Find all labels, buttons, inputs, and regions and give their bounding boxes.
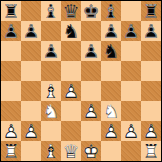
square-e8[interactable]: ♚♔ <box>81 1 101 21</box>
black-pawn-outline-icon: ♙ <box>41 41 61 61</box>
square-g7[interactable]: ♟♙ <box>121 21 141 41</box>
square-c8[interactable]: ♝♗ <box>41 1 61 21</box>
piece-black-knight-f6[interactable]: ♞♘ <box>101 41 121 61</box>
square-a3[interactable] <box>1 101 21 121</box>
piece-white-knight-f3[interactable]: ♞♘ <box>101 101 121 121</box>
square-e6[interactable]: ♟♙ <box>81 41 101 61</box>
piece-black-knight-d7[interactable]: ♞♘ <box>61 21 81 41</box>
square-e2[interactable] <box>81 121 101 141</box>
piece-black-queen-d8[interactable]: ♛♕ <box>61 1 81 21</box>
square-b4[interactable] <box>21 81 41 101</box>
square-a1[interactable]: ♜♖ <box>1 141 21 161</box>
board-frame: ♜♖♝♗♛♕♚♔♝♗♜♖♟♙♟♙♞♘♟♙♟♙♟♙♟♙♟♙♞♘♝♗♟♙♞♘♟♙♞♘… <box>0 0 162 162</box>
square-d5[interactable] <box>61 61 81 81</box>
square-f8[interactable]: ♝♗ <box>101 1 121 21</box>
piece-black-pawn-h7[interactable]: ♟♙ <box>141 21 161 41</box>
piece-black-pawn-f7[interactable]: ♟♙ <box>101 21 121 41</box>
square-f7[interactable]: ♟♙ <box>101 21 121 41</box>
black-rook-outline-icon: ♖ <box>141 1 161 21</box>
piece-black-bishop-f8[interactable]: ♝♗ <box>101 1 121 21</box>
square-e3[interactable]: ♟♙ <box>81 101 101 121</box>
square-g4[interactable] <box>121 81 141 101</box>
piece-white-pawn-d4[interactable]: ♟♙ <box>61 81 81 101</box>
square-g1[interactable] <box>121 141 141 161</box>
square-e4[interactable] <box>81 81 101 101</box>
white-queen-outline-icon: ♕ <box>61 141 81 161</box>
square-g8[interactable] <box>121 1 141 21</box>
square-d8[interactable]: ♛♕ <box>61 1 81 21</box>
square-h8[interactable]: ♜♖ <box>141 1 161 21</box>
black-pawn-outline-icon: ♙ <box>121 21 141 41</box>
square-h3[interactable] <box>141 101 161 121</box>
white-pawn-outline-icon: ♙ <box>101 121 121 141</box>
square-a6[interactable] <box>1 41 21 61</box>
black-pawn-outline-icon: ♙ <box>1 21 21 41</box>
black-rook-outline-icon: ♖ <box>1 1 21 21</box>
square-b3[interactable] <box>21 101 41 121</box>
black-knight-outline-icon: ♘ <box>61 21 81 41</box>
square-a2[interactable]: ♟♙ <box>1 121 21 141</box>
piece-white-pawn-g2[interactable]: ♟♙ <box>121 121 141 141</box>
piece-white-pawn-b2[interactable]: ♟♙ <box>21 121 41 141</box>
square-g3[interactable] <box>121 101 141 121</box>
square-d2[interactable] <box>61 121 81 141</box>
black-knight-outline-icon: ♘ <box>101 41 121 61</box>
white-pawn-outline-icon: ♙ <box>1 121 21 141</box>
square-h2[interactable]: ♟♙ <box>141 121 161 141</box>
square-g2[interactable]: ♟♙ <box>121 121 141 141</box>
piece-black-pawn-c6[interactable]: ♟♙ <box>41 41 61 61</box>
square-f6[interactable]: ♞♘ <box>101 41 121 61</box>
piece-white-bishop-c1[interactable]: ♝♗ <box>41 141 61 161</box>
chess-board: ♜♖♝♗♛♕♚♔♝♗♜♖♟♙♟♙♞♘♟♙♟♙♟♙♟♙♟♙♞♘♝♗♟♙♞♘♟♙♞♘… <box>1 1 161 161</box>
square-f5[interactable] <box>101 61 121 81</box>
square-a8[interactable]: ♜♖ <box>1 1 21 21</box>
square-h6[interactable] <box>141 41 161 61</box>
square-c2[interactable] <box>41 121 61 141</box>
square-a4[interactable] <box>1 81 21 101</box>
piece-black-rook-a8[interactable]: ♜♖ <box>1 1 21 21</box>
white-pawn-outline-icon: ♙ <box>141 121 161 141</box>
piece-black-rook-h8[interactable]: ♜♖ <box>141 1 161 21</box>
square-b2[interactable]: ♟♙ <box>21 121 41 141</box>
piece-white-knight-c3[interactable]: ♞♘ <box>41 101 61 121</box>
piece-white-pawn-f2[interactable]: ♟♙ <box>101 121 121 141</box>
square-b6[interactable] <box>21 41 41 61</box>
white-pawn-outline-icon: ♙ <box>21 121 41 141</box>
white-bishop-outline-icon: ♗ <box>41 81 61 101</box>
square-a5[interactable] <box>1 61 21 81</box>
square-g5[interactable] <box>121 61 141 81</box>
square-f2[interactable]: ♟♙ <box>101 121 121 141</box>
square-f1[interactable] <box>101 141 121 161</box>
white-bishop-outline-icon: ♗ <box>41 141 61 161</box>
black-pawn-outline-icon: ♙ <box>101 21 121 41</box>
white-pawn-outline-icon: ♙ <box>81 101 101 121</box>
square-b1[interactable] <box>21 141 41 161</box>
piece-black-king-e8[interactable]: ♚♔ <box>81 1 101 21</box>
square-d4[interactable]: ♟♙ <box>61 81 81 101</box>
square-b7[interactable]: ♟♙ <box>21 21 41 41</box>
square-a7[interactable]: ♟♙ <box>1 21 21 41</box>
square-d7[interactable]: ♞♘ <box>61 21 81 41</box>
black-pawn-outline-icon: ♙ <box>141 21 161 41</box>
black-bishop-outline-icon: ♗ <box>41 1 61 21</box>
square-b5[interactable] <box>21 61 41 81</box>
white-knight-outline-icon: ♘ <box>101 101 121 121</box>
piece-white-bishop-c4[interactable]: ♝♗ <box>41 81 61 101</box>
white-pawn-outline-icon: ♙ <box>121 121 141 141</box>
square-e5[interactable] <box>81 61 101 81</box>
square-h5[interactable] <box>141 61 161 81</box>
black-bishop-outline-icon: ♗ <box>101 1 121 21</box>
black-queen-outline-icon: ♕ <box>61 1 81 21</box>
square-c6[interactable]: ♟♙ <box>41 41 61 61</box>
white-rook-outline-icon: ♖ <box>141 141 161 161</box>
square-c5[interactable] <box>41 61 61 81</box>
white-rook-outline-icon: ♖ <box>1 141 21 161</box>
piece-white-king-e1[interactable]: ♚♔ <box>81 141 101 161</box>
square-c1[interactable]: ♝♗ <box>41 141 61 161</box>
white-king-outline-icon: ♔ <box>81 141 101 161</box>
piece-white-queen-d1[interactable]: ♛♕ <box>61 141 81 161</box>
white-knight-outline-icon: ♘ <box>41 101 61 121</box>
square-h1[interactable]: ♜♖ <box>141 141 161 161</box>
piece-black-pawn-e6[interactable]: ♟♙ <box>81 41 101 61</box>
square-d6[interactable] <box>61 41 81 61</box>
white-pawn-outline-icon: ♙ <box>61 81 81 101</box>
square-d1[interactable]: ♛♕ <box>61 141 81 161</box>
square-b8[interactable] <box>21 1 41 21</box>
piece-white-rook-a1[interactable]: ♜♖ <box>1 141 21 161</box>
black-pawn-outline-icon: ♙ <box>81 41 101 61</box>
piece-black-pawn-b7[interactable]: ♟♙ <box>21 21 41 41</box>
piece-white-pawn-h2[interactable]: ♟♙ <box>141 121 161 141</box>
square-c7[interactable] <box>41 21 61 41</box>
square-h7[interactable]: ♟♙ <box>141 21 161 41</box>
piece-white-pawn-e3[interactable]: ♟♙ <box>81 101 101 121</box>
piece-white-rook-h1[interactable]: ♜♖ <box>141 141 161 161</box>
square-f4[interactable] <box>101 81 121 101</box>
square-e7[interactable] <box>81 21 101 41</box>
black-king-outline-icon: ♔ <box>81 1 101 21</box>
square-e1[interactable]: ♚♔ <box>81 141 101 161</box>
black-pawn-outline-icon: ♙ <box>21 21 41 41</box>
square-c4[interactable]: ♝♗ <box>41 81 61 101</box>
piece-black-pawn-a7[interactable]: ♟♙ <box>1 21 21 41</box>
square-h4[interactable] <box>141 81 161 101</box>
piece-black-bishop-c8[interactable]: ♝♗ <box>41 1 61 21</box>
piece-black-pawn-g7[interactable]: ♟♙ <box>121 21 141 41</box>
square-c3[interactable]: ♞♘ <box>41 101 61 121</box>
square-g6[interactable] <box>121 41 141 61</box>
piece-white-pawn-a2[interactable]: ♟♙ <box>1 121 21 141</box>
square-d3[interactable] <box>61 101 81 121</box>
square-f3[interactable]: ♞♘ <box>101 101 121 121</box>
